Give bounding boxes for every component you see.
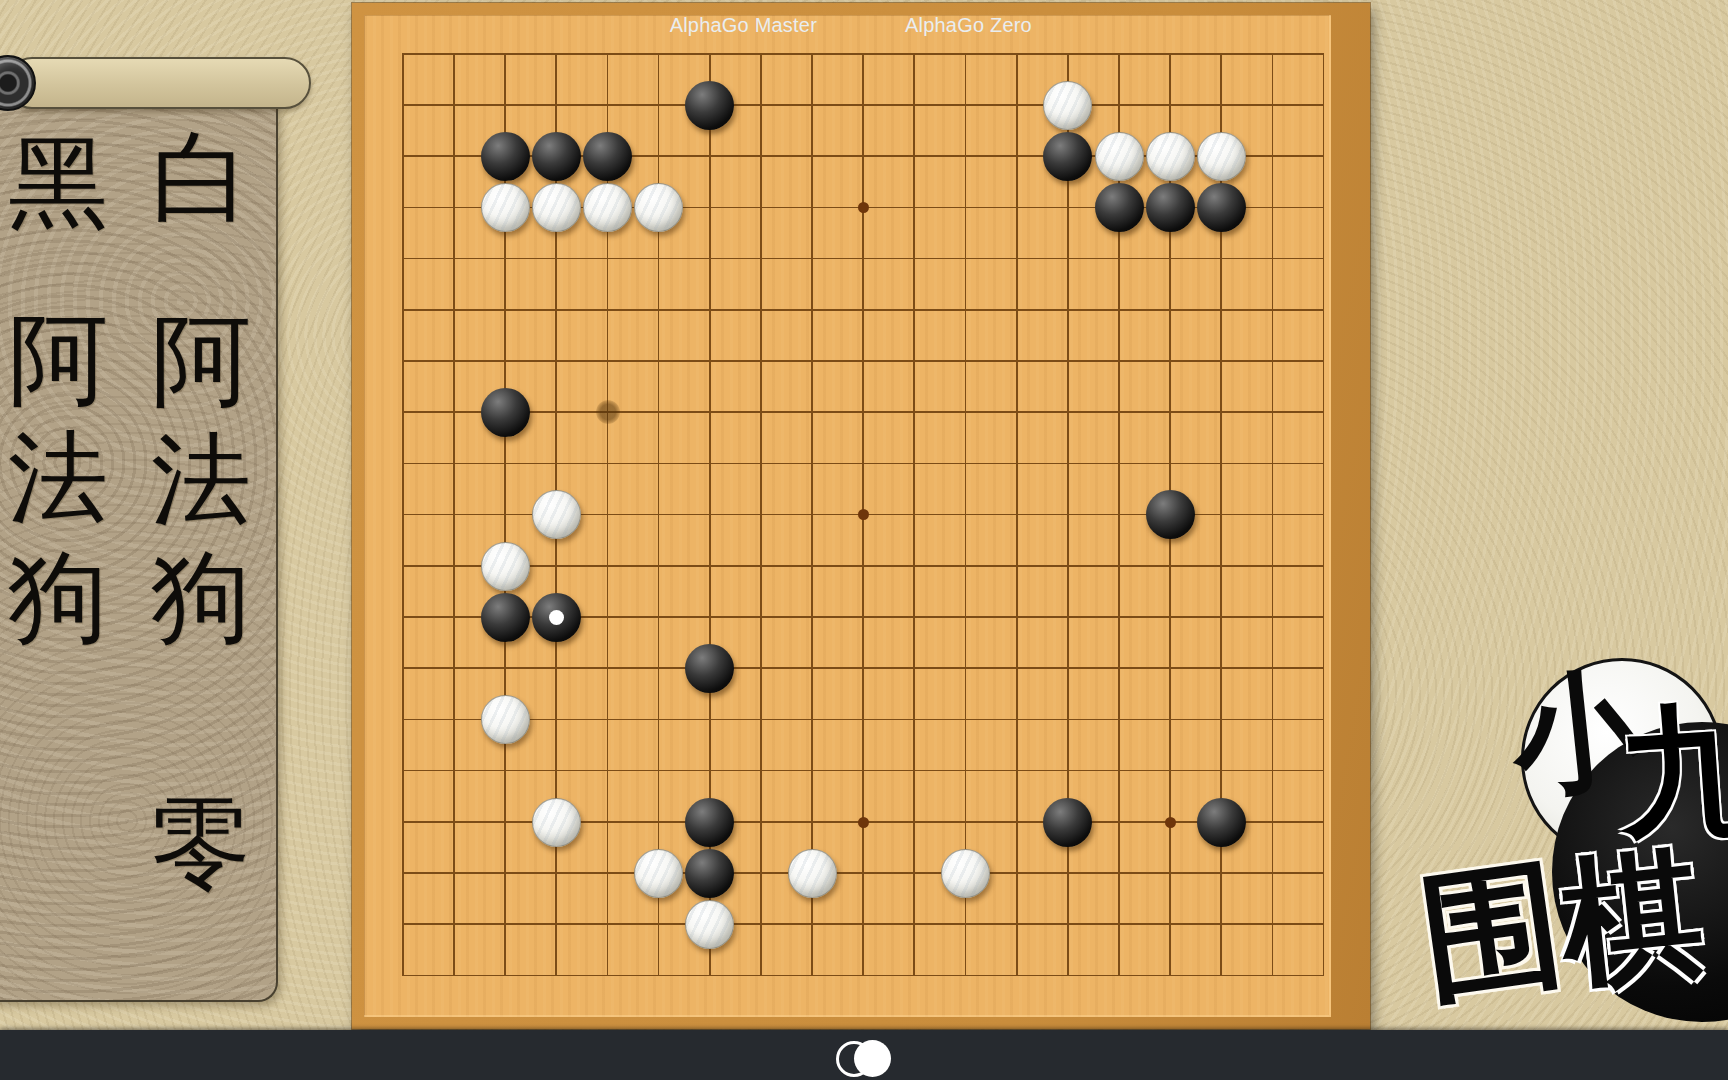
stone-black[interactable] [1095,183,1144,232]
logo-char: 围 [1409,829,1574,1037]
stone-white[interactable] [634,849,683,898]
stone-black[interactable] [685,81,734,130]
scroll-char-white-column: 阿 [146,308,256,414]
stone-black[interactable] [1197,183,1246,232]
stone-white[interactable] [1043,81,1092,130]
stone-white[interactable] [1197,132,1246,181]
stone-black[interactable] [1146,183,1195,232]
stone-black[interactable] [685,644,734,693]
scroll-rod [6,57,311,109]
stone-white[interactable] [481,542,530,591]
scroll-char-white-column: 零 [146,791,256,897]
stone-black[interactable] [685,849,734,898]
app-root: { "game": "go", "board": { "size": 19, "… [0,0,1728,1080]
star-point [1165,817,1176,828]
stone-black[interactable] [1043,798,1092,847]
stone-black[interactable] [481,593,530,642]
stone-black[interactable] [481,388,530,437]
stone-black[interactable] [1043,132,1092,181]
stone-black[interactable] [1146,490,1195,539]
stone-white[interactable] [532,183,581,232]
scroll-char-white-column: 法 [146,427,256,533]
scroll-char-white-column: 白 [146,125,256,231]
scroll-char-black-column: 阿 [3,307,113,413]
stone-white[interactable] [532,798,581,847]
stone-black[interactable] [532,132,581,181]
stone-white[interactable] [583,183,632,232]
star-point [858,817,869,828]
scroll-char-black-column: 法 [3,425,113,531]
stone-white[interactable] [1146,132,1195,181]
player-toggle-knob[interactable] [854,1040,891,1077]
stone-white[interactable] [481,183,530,232]
stone-white[interactable] [685,900,734,949]
stone-black[interactable] [583,132,632,181]
stone-white[interactable] [532,490,581,539]
stone-black[interactable] [532,593,581,642]
player-black-label: AlphaGo Master [670,0,817,50]
stone-white[interactable] [481,695,530,744]
stone-black[interactable] [481,132,530,181]
logo-char: 棋 [1552,819,1711,1023]
stone-white[interactable] [788,849,837,898]
stone-black[interactable] [1197,798,1246,847]
stone-white[interactable] [941,849,990,898]
player-white-label: AlphaGo Zero [905,0,1032,50]
scroll-char-black-column: 黑 [3,130,113,236]
star-point [858,202,869,213]
last-move-marker [549,610,564,625]
stone-white[interactable] [634,183,683,232]
ghost-move-marker [596,400,620,424]
scroll-char-white-column: 狗 [146,545,256,651]
stone-black[interactable] [685,798,734,847]
stone-white[interactable] [1095,132,1144,181]
scroll-char-black-column: 狗 [3,545,113,651]
